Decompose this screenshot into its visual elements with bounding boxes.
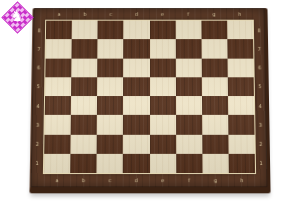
file-label-a: a — [46, 11, 72, 18]
chess-shop-logo: ♞ — [1, 1, 33, 33]
square-d7 — [124, 39, 150, 58]
rank-label-3: 3 — [256, 115, 264, 134]
square-e4 — [149, 96, 175, 115]
file-label-d: d — [124, 11, 150, 18]
playing-field — [43, 20, 256, 174]
square-g7 — [201, 39, 227, 58]
square-a3 — [44, 115, 70, 134]
square-g6 — [201, 58, 227, 77]
square-a7 — [46, 39, 72, 58]
file-label-f: f — [176, 177, 202, 184]
square-g2 — [202, 134, 228, 153]
file-label-h: h — [227, 11, 253, 18]
square-b8 — [72, 21, 98, 40]
file-labels-top: abcdefgh — [46, 11, 253, 18]
square-f3 — [176, 115, 202, 134]
square-a4 — [45, 96, 71, 115]
square-d3 — [123, 115, 149, 134]
square-g3 — [202, 115, 228, 134]
square-c4 — [97, 96, 123, 115]
square-d8 — [124, 21, 150, 40]
rank-label-1: 1 — [33, 154, 41, 173]
chessboard: abcdefgh abcdefgh 87654321 87654321 — [29, 8, 270, 193]
square-d2 — [123, 134, 149, 153]
rank-label-7: 7 — [255, 39, 263, 58]
rank-label-7: 7 — [35, 39, 43, 58]
square-a5 — [45, 77, 71, 96]
square-c3 — [97, 115, 123, 134]
rank-labels-right: 87654321 — [255, 21, 265, 173]
rank-label-4: 4 — [34, 96, 42, 115]
square-e5 — [150, 77, 176, 96]
square-c1 — [97, 154, 123, 173]
square-h6 — [227, 58, 253, 77]
square-e7 — [150, 39, 176, 58]
square-b1 — [70, 154, 97, 173]
file-label-g: g — [202, 177, 228, 184]
square-f8 — [175, 21, 201, 40]
square-b3 — [71, 115, 97, 134]
file-labels-bottom: abcdefgh — [44, 177, 255, 184]
rank-label-8: 8 — [35, 21, 43, 40]
square-d6 — [123, 58, 149, 77]
square-d1 — [123, 154, 149, 173]
file-label-e: e — [150, 11, 176, 18]
rank-label-2: 2 — [257, 134, 265, 153]
square-a8 — [46, 21, 72, 40]
square-c6 — [97, 58, 123, 77]
square-c7 — [98, 39, 124, 58]
rank-labels-left: 87654321 — [33, 21, 43, 173]
rank-label-5: 5 — [34, 77, 42, 96]
square-d4 — [123, 96, 149, 115]
square-h1 — [228, 154, 255, 173]
square-c2 — [97, 134, 123, 153]
rank-label-6: 6 — [255, 58, 263, 77]
square-b7 — [72, 39, 98, 58]
square-f1 — [176, 154, 202, 173]
square-a2 — [44, 134, 71, 153]
square-e2 — [149, 134, 175, 153]
square-a1 — [44, 154, 71, 173]
square-h8 — [227, 21, 253, 40]
file-label-d: d — [123, 177, 149, 184]
rank-label-8: 8 — [255, 21, 263, 40]
file-label-g: g — [201, 11, 227, 18]
square-e8 — [150, 21, 176, 40]
square-f6 — [175, 58, 201, 77]
rank-label-2: 2 — [33, 134, 41, 153]
file-label-a: a — [44, 177, 71, 184]
square-g4 — [202, 96, 228, 115]
square-g1 — [202, 154, 229, 173]
square-h5 — [228, 77, 254, 96]
file-label-f: f — [175, 11, 201, 18]
square-f2 — [176, 134, 202, 153]
square-b4 — [71, 96, 97, 115]
rank-label-3: 3 — [33, 115, 41, 134]
square-b6 — [71, 58, 97, 77]
rank-label-6: 6 — [34, 58, 42, 77]
square-f4 — [176, 96, 202, 115]
square-g5 — [202, 77, 228, 96]
square-b5 — [71, 77, 97, 96]
square-c8 — [98, 21, 124, 40]
file-label-b: b — [72, 11, 98, 18]
square-e1 — [149, 154, 175, 173]
rank-label-4: 4 — [256, 96, 264, 115]
square-e3 — [149, 115, 175, 134]
square-b2 — [71, 134, 97, 153]
file-label-b: b — [70, 177, 96, 184]
square-d5 — [123, 77, 149, 96]
knight-icon: ♞ — [1, 0, 33, 32]
square-h7 — [227, 39, 253, 58]
product-photo: ♞ abcdefgh abcdefgh 87654321 87654321 — [0, 0, 300, 201]
square-e6 — [150, 58, 176, 77]
square-h2 — [228, 134, 255, 153]
rank-label-5: 5 — [256, 77, 264, 96]
file-label-h: h — [229, 177, 256, 184]
square-a6 — [45, 58, 71, 77]
square-c5 — [97, 77, 123, 96]
file-label-c: c — [98, 11, 124, 18]
square-h3 — [228, 115, 254, 134]
rank-label-1: 1 — [257, 154, 265, 173]
file-label-c: c — [97, 177, 123, 184]
square-h4 — [228, 96, 254, 115]
square-f5 — [176, 77, 202, 96]
file-label-e: e — [149, 177, 175, 184]
square-f7 — [175, 39, 201, 58]
square-g8 — [201, 21, 227, 40]
